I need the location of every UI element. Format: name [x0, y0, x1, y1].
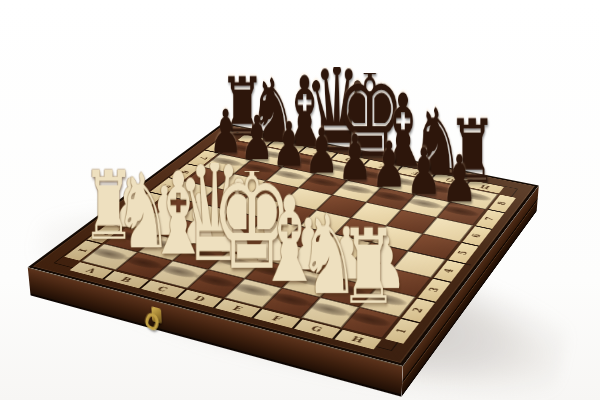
pawn-glyph: ♟	[365, 226, 406, 299]
piece-shadow-h2	[361, 290, 410, 308]
pawn-glyph: ♟	[326, 218, 366, 290]
piece-shadow-g1	[304, 300, 353, 319]
chess-set-photo: ABCDEFGH ABCDEFGH 87654321 87654321 ♜♞♝♛…	[0, 0, 600, 400]
piece-shadow-g2	[323, 281, 371, 299]
piece-shadow-h1	[344, 310, 394, 329]
piece-a8-black-rook: ♜	[214, 51, 271, 149]
